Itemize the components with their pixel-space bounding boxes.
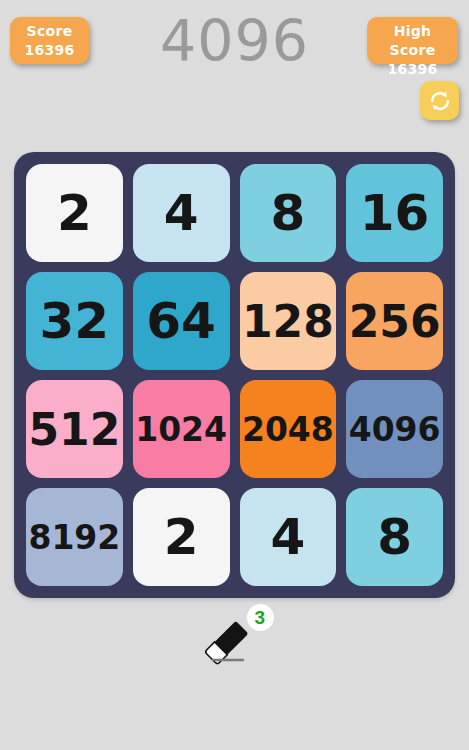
tile-r1c1[interactable]: 2	[26, 164, 123, 262]
high-score-badge: High Score 16396	[367, 17, 458, 64]
eraser-count-badge: 3	[246, 604, 273, 631]
tile-r4c4[interactable]: 8	[346, 488, 443, 586]
tile-r3c3[interactable]: 2048	[240, 380, 337, 478]
tile-r4c2[interactable]: 2	[133, 488, 230, 586]
tile-r1c3[interactable]: 8	[240, 164, 337, 262]
tile-r2c3[interactable]: 128	[240, 272, 337, 370]
eraser-powerup-button[interactable]: 3	[201, 604, 273, 668]
tile-r4c1[interactable]: 8192	[26, 488, 123, 586]
board[interactable]: 2481632641282565121024204840968192248	[14, 152, 455, 598]
eraser-count: 3	[255, 607, 266, 629]
tile-r1c2[interactable]: 4	[133, 164, 230, 262]
tile-r4c3[interactable]: 4	[240, 488, 337, 586]
refresh-icon	[427, 88, 453, 114]
tile-r2c2[interactable]: 64	[133, 272, 230, 370]
tile-r3c2[interactable]: 1024	[133, 380, 230, 478]
game-screen: Score 16396 4096 High Score 16396 248163…	[0, 0, 469, 750]
tile-r2c4[interactable]: 256	[346, 272, 443, 370]
tile-r3c1[interactable]: 512	[26, 380, 123, 478]
tile-r2c1[interactable]: 32	[26, 272, 123, 370]
tile-r1c4[interactable]: 16	[346, 164, 443, 262]
high-score-value: 16396	[377, 60, 448, 79]
tile-r3c4[interactable]: 4096	[346, 380, 443, 478]
restart-button[interactable]	[420, 81, 459, 120]
high-score-label: High Score	[377, 22, 448, 60]
